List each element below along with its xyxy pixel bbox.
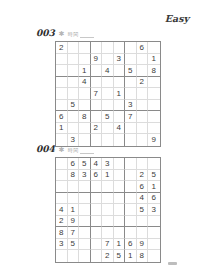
sudoku-004-cell-r2c5: 1 [102,170,114,182]
sudoku-003-cell-r4c3: 4 [79,77,91,89]
sudoku-004-cell-r5c6 [114,204,126,216]
sudoku-003-cell-r3c8 [137,65,149,77]
sudoku-004-cell-r8c5: 7 [102,239,114,251]
sudoku-004-cell-r2c9: 5 [148,170,160,182]
sudoku-004-cell-r9c5: 2 [102,250,114,262]
sudoku-004-cell-r5c4 [91,204,103,216]
sudoku-003-cell-r8c5 [102,123,114,135]
sudoku-004-cell-r8c1: 3 [56,239,68,251]
sudoku-004-cell-r9c1 [56,250,68,262]
sudoku-004-cell-r8c9 [148,239,160,251]
sudoku-003-cell-r7c3: 8 [79,111,91,123]
sudoku-003-cell-r1c4 [91,42,103,54]
sudoku-003-cell-r8c6: 4 [114,123,126,135]
sudoku-004-cell-r3c5 [102,181,114,193]
sudoku-003-cell-r8c7 [125,123,137,135]
sudoku-004-cell-r1c9 [148,158,160,170]
sudoku-003-cell-r4c1 [56,77,68,89]
sudoku-grid-003: 269311458427153685712439 [55,41,161,147]
sudoku-003-cell-r1c7 [125,42,137,54]
sudoku-004-cell-r4c5 [102,193,114,205]
sudoku-003-cell-r8c8 [137,123,149,135]
sudoku-004-cell-r5c8: 5 [137,204,149,216]
sudoku-003-cell-r4c8: 2 [137,77,149,89]
sudoku-003-cell-r2c1 [56,54,68,66]
sudoku-004-cell-r9c6: 5 [114,250,126,262]
sudoku-003-cell-r7c8 [137,111,149,123]
sudoku-003-cell-r7c1: 6 [56,111,68,123]
memo-blank-line [80,147,94,154]
sudoku-004-cell-r8c2: 5 [68,239,80,251]
sudoku-004-cell-r3c8: 6 [137,181,149,193]
star-icon: ✱ [59,30,65,38]
sudoku-004-cell-r1c3: 5 [79,158,91,170]
sudoku-004-cell-r4c6 [114,193,126,205]
sudoku-003-cell-r7c7: 7 [125,111,137,123]
sudoku-004-cell-r2c7 [125,170,137,182]
sudoku-003-cell-r3c6 [114,65,126,77]
sudoku-003-cell-r5c5 [102,88,114,100]
sudoku-003-cell-r2c9: 1 [148,54,160,66]
sudoku-004-cell-r7c9 [148,227,160,239]
sudoku-004-cell-r7c8 [137,227,149,239]
sudoku-004-cell-r2c6 [114,170,126,182]
sudoku-004-cell-r1c2: 6 [68,158,80,170]
sudoku-003-cell-r1c5 [102,42,114,54]
sudoku-004-cell-r8c6: 1 [114,239,126,251]
sudoku-004-cell-r8c7: 6 [125,239,137,251]
sudoku-003-cell-r5c4: 7 [91,88,103,100]
sudoku-003-cell-r3c4 [91,65,103,77]
sudoku-003-cell-r2c7 [125,54,137,66]
sudoku-003-cell-r3c3: 1 [79,65,91,77]
sudoku-004-cell-r2c1 [56,170,68,182]
sudoku-003-cell-r8c4: 2 [91,123,103,135]
sudoku-004-cell-r6c5 [102,216,114,228]
sudoku-003-cell-r5c1 [56,88,68,100]
sudoku-003-cell-r9c9: 9 [148,134,160,146]
sudoku-003-cell-r3c9: 8 [148,65,160,77]
sudoku-003-cell-r6c1 [56,100,68,112]
sudoku-004-cell-r3c1 [56,181,68,193]
sudoku-003-cell-r2c5 [102,54,114,66]
sudoku-004-cell-r1c7 [125,158,137,170]
sudoku-004-cell-r6c1: 2 [56,216,68,228]
sudoku-004-cell-r6c9 [148,216,160,228]
sudoku-004-cell-r9c3 [79,250,91,262]
sudoku-003-cell-r4c9 [148,77,160,89]
sudoku-004-cell-r1c5: 3 [102,158,114,170]
sudoku-003-cell-r1c1: 2 [56,42,68,54]
sudoku-004-cell-r7c7 [125,227,137,239]
sudoku-004-cell-r6c8 [137,216,149,228]
sudoku-grid-004: 65438361256146415329873571692518 [55,157,161,263]
sudoku-003-cell-r6c5 [102,100,114,112]
chapter-header: Easy [165,13,189,24]
sudoku-003-cell-r6c9 [148,100,160,112]
sudoku-003-cell-r6c4 [91,100,103,112]
sudoku-004-cell-r6c4 [91,216,103,228]
sudoku-004-cell-r1c1 [56,158,68,170]
sudoku-004-cell-r3c4 [91,181,103,193]
sudoku-003-cell-r7c5: 5 [102,111,114,123]
sudoku-003-cell-r5c3 [79,88,91,100]
sudoku-004-cell-r4c9: 6 [148,193,160,205]
sudoku-004-cell-r7c4 [91,227,103,239]
sudoku-003-cell-r9c8 [137,134,149,146]
sudoku-004-cell-r3c3 [79,181,91,193]
sudoku-003-cell-r2c8 [137,54,149,66]
sudoku-004-cell-r3c7 [125,181,137,193]
sudoku-004-cell-r7c6 [114,227,126,239]
sudoku-004-cell-r1c8 [137,158,149,170]
sudoku-004-cell-r9c2 [68,250,80,262]
sudoku-003-cell-r2c2 [68,54,80,66]
sudoku-003-cell-r2c4: 9 [91,54,103,66]
sudoku-004-cell-r6c7 [125,216,137,228]
sudoku-004-cell-r5c3 [79,204,91,216]
sudoku-003-cell-r4c5 [102,77,114,89]
puzzle-number: 003 [36,28,55,38]
sudoku-004-cell-r4c2 [68,193,80,205]
sudoku-004-cell-r2c2: 8 [68,170,80,182]
sudoku-004-cell-r2c3: 3 [79,170,91,182]
book-page: Easy 003 ✱ 時間 269311458427153685712439 0… [0,0,200,280]
sudoku-003-cell-r2c3 [79,54,91,66]
star-icon: ✱ [59,146,65,154]
sudoku-003-cell-r4c2 [68,77,80,89]
sudoku-004-cell-r7c2: 7 [68,227,80,239]
sudoku-004-cell-r7c5 [102,227,114,239]
sudoku-003-cell-r6c8 [137,100,149,112]
sudoku-004-cell-r8c8: 9 [137,239,149,251]
sudoku-004-cell-r3c9: 1 [148,181,160,193]
sudoku-003-cell-r9c6 [114,134,126,146]
sudoku-003-cell-r4c6 [114,77,126,89]
sudoku-004-cell-r1c6 [114,158,126,170]
sudoku-003-cell-r3c7: 5 [125,65,137,77]
sudoku-004-cell-r8c3 [79,239,91,251]
sudoku-003-cell-r2c6: 3 [114,54,126,66]
sudoku-004-cell-r6c3 [79,216,91,228]
sudoku-004-cell-r9c9 [148,250,160,262]
sudoku-003-cell-r7c6 [114,111,126,123]
sudoku-004-cell-r6c6 [114,216,126,228]
page-number-mark [168,262,177,265]
sudoku-003-cell-r3c5: 4 [102,65,114,77]
sudoku-003-cell-r3c2 [68,65,80,77]
sudoku-003-cell-r5c2 [68,88,80,100]
sudoku-004-cell-r9c8: 8 [137,250,149,262]
sudoku-003-cell-r8c3 [79,123,91,135]
sudoku-003-cell-r6c2: 5 [68,100,80,112]
sudoku-003-cell-r8c1: 1 [56,123,68,135]
sudoku-004-cell-r3c6 [114,181,126,193]
sudoku-004-cell-r5c9: 3 [148,204,160,216]
sudoku-004-cell-r4c4 [91,193,103,205]
sudoku-003-cell-r6c6 [114,100,126,112]
sudoku-003-cell-r9c7 [125,134,137,146]
puzzle-number: 004 [36,144,55,154]
sudoku-003-cell-r7c2 [68,111,80,123]
sudoku-004-cell-r7c1: 8 [56,227,68,239]
sudoku-004-cell-r8c4 [91,239,103,251]
sudoku-004-cell-r9c7: 1 [125,250,137,262]
sudoku-003-cell-r6c7: 3 [125,100,137,112]
memo-blank-line [80,31,94,38]
sudoku-004-cell-r4c3 [79,193,91,205]
sudoku-004-cell-r7c3 [79,227,91,239]
sudoku-003-cell-r5c9 [148,88,160,100]
sudoku-003-cell-r1c8: 6 [137,42,149,54]
sudoku-004-cell-r9c4 [91,250,103,262]
sudoku-004-cell-r2c4: 6 [91,170,103,182]
sudoku-003-cell-r5c8 [137,88,149,100]
sudoku-003-cell-r6c3 [79,100,91,112]
sudoku-003-cell-r5c7 [125,88,137,100]
sudoku-003-cell-r3c1 [56,65,68,77]
sudoku-004-cell-r5c5 [102,204,114,216]
sudoku-003-cell-r1c3 [79,42,91,54]
sudoku-004-cell-r4c1 [56,193,68,205]
sudoku-003-cell-r7c9 [148,111,160,123]
sudoku-004-cell-r4c8: 4 [137,193,149,205]
sudoku-003-cell-r7c4 [91,111,103,123]
puzzle-004-label-row: 004 ✱ 時間 [36,143,94,154]
sudoku-004-cell-r5c7 [125,204,137,216]
sudoku-004-cell-r6c2: 9 [68,216,80,228]
sudoku-004-cell-r4c7 [125,193,137,205]
sudoku-003-cell-r5c6: 1 [114,88,126,100]
sudoku-004-cell-r5c1: 4 [56,204,68,216]
sudoku-003-cell-r1c6 [114,42,126,54]
memo-label: 時間 [68,147,79,154]
sudoku-003-cell-r1c9 [148,42,160,54]
memo-label: 時間 [68,31,79,38]
sudoku-003-cell-r4c7 [125,77,137,89]
puzzle-003-label-row: 003 ✱ 時間 [36,27,94,38]
sudoku-003-cell-r9c5 [102,134,114,146]
sudoku-003-cell-r8c2 [68,123,80,135]
sudoku-004-cell-r2c8: 2 [137,170,149,182]
sudoku-004-cell-r3c2 [68,181,80,193]
sudoku-004-cell-r5c2: 1 [68,204,80,216]
sudoku-003-cell-r8c9 [148,123,160,135]
sudoku-003-cell-r1c2 [68,42,80,54]
sudoku-003-cell-r4c4 [91,77,103,89]
sudoku-004-cell-r1c4: 4 [91,158,103,170]
